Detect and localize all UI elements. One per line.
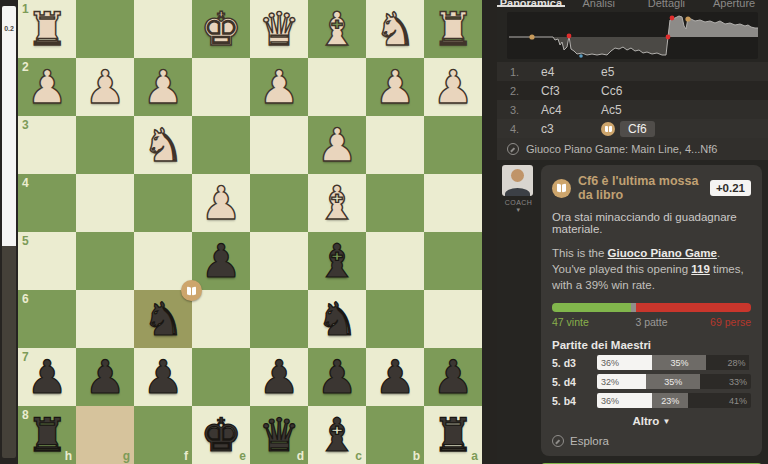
square-d8[interactable]: d♛ (250, 406, 308, 464)
square-c1[interactable]: ♝ (308, 0, 366, 58)
white-pawn-e4[interactable]: ♟ (200, 180, 241, 226)
graph-dot-mistake-3 (670, 16, 675, 21)
file-label-c: c (355, 449, 362, 463)
move-black-Cc6[interactable]: Cc6 (601, 84, 661, 98)
white-queen-d1[interactable]: ♛ (258, 6, 299, 52)
move-row-2: 2.Cf3Cc6 (497, 81, 768, 100)
square-d3[interactable] (250, 116, 308, 174)
square-b6[interactable] (366, 290, 424, 348)
square-f5[interactable] (134, 232, 192, 290)
white-wins-percent: 32% (597, 374, 646, 389)
square-g2[interactable]: ♟ (76, 58, 134, 116)
square-d5[interactable] (250, 232, 308, 290)
square-g4[interactable] (76, 174, 134, 232)
tab-bar: PanoramicaAnalisiDettagliAperture (497, 0, 768, 10)
square-d4[interactable] (250, 174, 308, 232)
square-b8[interactable]: b (366, 406, 424, 464)
black-pawn-e5[interactable]: ♟ (200, 238, 241, 284)
masters-move[interactable]: 5. d3 (552, 357, 590, 369)
square-h1[interactable]: 1♜ (18, 0, 76, 58)
move-row-3: 3.Ac4Ac5 (497, 100, 768, 119)
rank-label-3: 3 (22, 118, 29, 132)
white-pawn-d2[interactable]: ♟ (258, 64, 299, 110)
move-row-1: 1.e4e5 (497, 62, 768, 81)
tab-aperture[interactable]: Aperture (700, 0, 768, 7)
square-e7[interactable] (192, 348, 250, 406)
tab-panoramica[interactable]: Panoramica (497, 0, 565, 7)
square-c8[interactable]: c♝ (308, 406, 366, 464)
square-f1[interactable] (134, 0, 192, 58)
avatar-body (505, 188, 530, 196)
square-f6[interactable]: ♞ (134, 290, 192, 348)
move-white-Cf3[interactable]: Cf3 (541, 84, 601, 98)
graph-dot-mistake-2 (666, 35, 671, 40)
square-c6[interactable]: ♞ (308, 290, 366, 348)
opening-link[interactable]: Giuoco Piano Game (608, 247, 717, 259)
white-rook-a1[interactable]: ♜ (432, 6, 473, 52)
white-knight-b1[interactable]: ♞ (374, 6, 415, 52)
white-bishop-c4[interactable]: ♝ (316, 180, 357, 226)
black-wins-percent: 33% (700, 374, 751, 389)
black-bishop-c5[interactable]: ♝ (316, 238, 357, 284)
masters-rows: 5. d336%35%28%5. d432%35%33%5. b436%23%4… (552, 355, 751, 408)
explore-icon (552, 435, 564, 447)
square-a8[interactable]: a♜ (424, 406, 482, 464)
tab-analisi[interactable]: Analisi (565, 0, 633, 7)
rank-label-6: 6 (22, 292, 29, 306)
square-g3[interactable] (76, 116, 134, 174)
white-pawn-h2[interactable]: ♟ (26, 64, 67, 110)
losses-segment (636, 303, 751, 312)
black-king-e8[interactable]: ♚ (200, 412, 241, 458)
white-pawn-b2[interactable]: ♟ (374, 64, 415, 110)
move-black-Cf6[interactable]: Cf6 (601, 121, 661, 137)
graph-dot-book (529, 34, 534, 39)
rank-label-5: 5 (22, 234, 29, 248)
black-wins-percent: 28% (706, 355, 749, 370)
white-pawn-a2[interactable]: ♟ (432, 64, 473, 110)
square-g7[interactable]: ♟ (76, 348, 134, 406)
chess-board[interactable]: 1♜♚♛♝♞♜2♟♟♟♟♟♟3♞♟4♟♝5♟♝6♞♞7♟♟♟♟♟♟♟8h♜gfe… (18, 0, 482, 464)
black-pawn-f7[interactable]: ♟ (142, 354, 183, 400)
chevron-down-icon: ▼ (663, 417, 671, 426)
masters-stats-bar: 32%35%33% (597, 374, 751, 389)
square-a6[interactable] (424, 290, 482, 348)
file-label-e: e (239, 449, 246, 463)
losses-label: 69 perse (685, 316, 751, 328)
black-pawn-g7[interactable]: ♟ (84, 354, 125, 400)
white-pawn-f2[interactable]: ♟ (142, 64, 183, 110)
square-h3[interactable]: 3 (18, 116, 76, 174)
square-d1[interactable]: ♛ (250, 0, 308, 58)
rank-label-7: 7 (22, 350, 29, 364)
draws-percent: 23% (652, 393, 687, 408)
coach-card: Cf6 è l'ultima mossa da libro +0.21 Ora … (541, 165, 762, 456)
square-h7[interactable]: 7♟ (18, 348, 76, 406)
opening-name: Giuoco Piano Game: Main Line, 4...Nf6 (526, 143, 717, 155)
white-wins-percent: 36% (597, 355, 652, 370)
square-c7[interactable]: ♟ (308, 348, 366, 406)
coach-message: Ora stai minacciando di guadagnare mater… (552, 211, 751, 235)
square-f2[interactable]: ♟ (134, 58, 192, 116)
black-pawn-c7[interactable]: ♟ (316, 354, 357, 400)
graph-dot-mistake-1 (567, 34, 572, 39)
square-e3[interactable] (192, 116, 250, 174)
black-queen-d8[interactable]: ♛ (258, 412, 299, 458)
move-number: 1. (510, 66, 541, 78)
file-label-f: f (184, 449, 188, 463)
square-c5[interactable]: ♝ (308, 232, 366, 290)
square-h4[interactable]: 4 (18, 174, 76, 232)
more-button[interactable]: Altro ▼ (552, 415, 751, 427)
masters-stats-bar: 36%23%41% (597, 393, 751, 408)
move-number: 4. (510, 123, 541, 135)
square-a1[interactable]: ♜ (424, 0, 482, 58)
coach-selector[interactable]: COACH ▾ (502, 199, 535, 214)
masters-move[interactable]: 5. d4 (552, 376, 590, 388)
opening-name-row[interactable]: Giuoco Piano Game: Main Line, 4...Nf6 (497, 138, 768, 160)
square-b3[interactable] (366, 116, 424, 174)
file-label-a: a (471, 449, 478, 463)
black-bishop-c8[interactable]: ♝ (316, 412, 357, 458)
square-c2[interactable] (308, 58, 366, 116)
wins-segment (552, 303, 631, 312)
square-e5[interactable]: ♟ (192, 232, 250, 290)
book-move-icon (552, 179, 571, 198)
masters-stats-bar: 36%35%28% (597, 355, 751, 370)
draws-percent: 35% (646, 374, 700, 389)
square-a4[interactable] (424, 174, 482, 232)
graph-dot-book-2 (685, 16, 690, 21)
move-black-e5[interactable]: e5 (601, 65, 661, 79)
black-pawn-d7[interactable]: ♟ (258, 354, 299, 400)
move-number: 2. (510, 85, 541, 97)
square-e4[interactable]: ♟ (192, 174, 250, 232)
draws-label: 3 patte (618, 316, 684, 328)
explore-button[interactable]: Esplora (552, 435, 751, 447)
move-white-c3[interactable]: c3 (541, 122, 601, 136)
square-h2[interactable]: 2♟ (18, 58, 76, 116)
black-wins-percent: 41% (688, 393, 751, 408)
square-b1[interactable]: ♞ (366, 0, 424, 58)
coach-avatar[interactable] (502, 165, 533, 196)
square-e6[interactable] (192, 290, 250, 348)
wins-label: 47 vinte (552, 316, 618, 328)
white-rook-h1[interactable]: ♜ (26, 6, 67, 52)
black-knight-c6[interactable]: ♞ (316, 296, 357, 342)
graph-area-white-advantage (668, 16, 758, 37)
square-b7[interactable]: ♟ (366, 348, 424, 406)
move-black-Ac5[interactable]: Ac5 (601, 103, 661, 117)
square-b5[interactable] (366, 232, 424, 290)
masters-row-5d4[interactable]: 5. d432%35%33% (552, 374, 751, 389)
graph-dot-blue (579, 54, 583, 58)
masters-title: Partite dei Maestri (552, 339, 751, 351)
evaluation-graph[interactable] (507, 12, 758, 59)
tab-dettagli[interactable]: Dettagli (633, 0, 701, 7)
square-f7[interactable]: ♟ (134, 348, 192, 406)
square-a3[interactable] (424, 116, 482, 174)
black-rook-h8[interactable]: ♜ (26, 412, 67, 458)
square-a7[interactable]: ♟ (424, 348, 482, 406)
square-f3[interactable]: ♞ (134, 116, 192, 174)
square-a5[interactable] (424, 232, 482, 290)
opening-book-icon (507, 143, 519, 155)
analysis-panel: PanoramicaAnalisiDettagliAperture 1.e4e5… (497, 0, 768, 464)
square-g1[interactable] (76, 0, 134, 58)
black-pawn-h7[interactable]: ♟ (26, 354, 67, 400)
black-pawn-a7[interactable]: ♟ (432, 354, 473, 400)
square-e1[interactable]: ♚ (192, 0, 250, 58)
black-rook-a8[interactable]: ♜ (432, 412, 473, 458)
rank-label-1: 1 (22, 2, 29, 16)
square-a2[interactable]: ♟ (424, 58, 482, 116)
coach-section: COACH ▾ Cf6 è l'ultima mossa da libro +0… (497, 160, 768, 456)
masters-row-5b4[interactable]: 5. b436%23%41% (552, 393, 751, 408)
black-pawn-b7[interactable]: ♟ (374, 354, 415, 400)
square-g8[interactable]: g (76, 406, 134, 464)
square-d6[interactable] (250, 290, 308, 348)
square-h6[interactable]: 6 (18, 290, 76, 348)
white-king-e1[interactable]: ♚ (200, 6, 241, 52)
evaluation-value: 0.2 (2, 25, 16, 32)
masters-move[interactable]: 5. b4 (552, 395, 590, 407)
square-d2[interactable]: ♟ (250, 58, 308, 116)
coach-title: Cf6 è l'ultima mossa da libro (578, 174, 703, 202)
black-knight-f6[interactable]: ♞ (142, 296, 183, 342)
square-e2[interactable] (192, 58, 250, 116)
white-bishop-c1[interactable]: ♝ (316, 6, 357, 52)
coach-paragraph: This is the Giuoco Piano Game. You've pl… (552, 245, 751, 293)
avatar-head (511, 169, 524, 182)
draws-percent: 35% (652, 355, 706, 370)
white-knight-f3[interactable]: ♞ (142, 122, 183, 168)
file-label-d: d (297, 449, 304, 463)
square-b4[interactable] (366, 174, 424, 232)
square-c3[interactable]: ♟ (308, 116, 366, 174)
white-pawn-c3[interactable]: ♟ (316, 122, 357, 168)
move-list-top: 1.e4e52.Cf3Cc63.Ac4Ac54.c3Cf6 (497, 62, 768, 138)
move-white-Ac4[interactable]: Ac4 (541, 103, 601, 117)
win-draw-loss-bar (552, 303, 751, 312)
white-wins-percent: 36% (597, 393, 652, 408)
evaluation-badge: +0.21 (710, 180, 751, 196)
file-label-h: h (65, 449, 72, 463)
masters-row-5d3[interactable]: 5. d336%35%28% (552, 355, 751, 370)
square-f8[interactable]: f (134, 406, 192, 464)
square-b2[interactable]: ♟ (366, 58, 424, 116)
square-g6[interactable] (76, 290, 134, 348)
evaluation-bar-white (2, 6, 16, 246)
file-label-b: b (413, 449, 420, 463)
book-move-badge (181, 280, 202, 301)
file-label-g: g (123, 449, 130, 463)
move-row-4: 4.c3Cf6 (497, 119, 768, 138)
square-f4[interactable] (134, 174, 192, 232)
rank-label-4: 4 (22, 176, 29, 190)
book-move-icon (601, 122, 615, 136)
square-d7[interactable]: ♟ (250, 348, 308, 406)
square-c4[interactable]: ♝ (308, 174, 366, 232)
games-count: 119 (691, 263, 710, 275)
square-h5[interactable]: 5 (18, 232, 76, 290)
rank-label-8: 8 (22, 408, 29, 422)
square-e8[interactable]: e♚ (192, 406, 250, 464)
evaluation-bar: 0.2 (2, 6, 16, 458)
white-pawn-g2[interactable]: ♟ (84, 64, 125, 110)
move-number: 3. (510, 104, 541, 116)
square-h8[interactable]: 8h♜ (18, 406, 76, 464)
square-g5[interactable] (76, 232, 134, 290)
rank-label-2: 2 (22, 60, 29, 74)
move-white-e4[interactable]: e4 (541, 65, 601, 79)
